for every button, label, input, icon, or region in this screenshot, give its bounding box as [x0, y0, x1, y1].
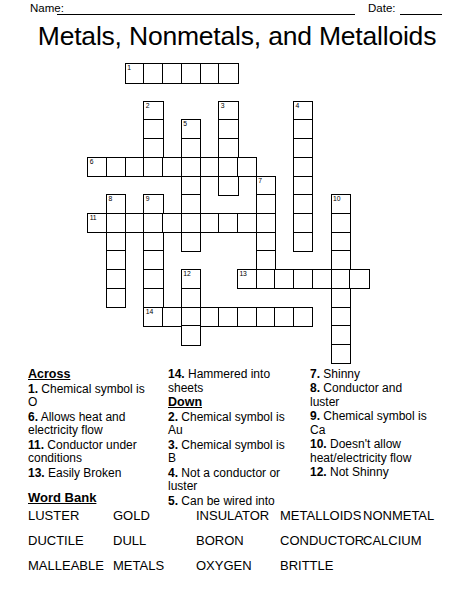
- clue-item: 7. Shinny: [310, 368, 460, 382]
- across-clue-list: 1. Chemical symbol isO6. Allows heat and…: [28, 383, 168, 481]
- clue-item: 14. Hammered intosheets: [168, 368, 310, 395]
- crossword-cell[interactable]: [106, 232, 126, 252]
- word-bank-list: LUSTERGOLDINSULATORMETALLOIDSNONMETALDUC…: [28, 508, 434, 583]
- crossword-cell[interactable]: [125, 213, 145, 233]
- page-title: Metals, Nonmetals, and Metalloids: [0, 21, 474, 52]
- clue-item: 12. Not Shinny: [310, 466, 460, 480]
- down-heading: Down: [168, 396, 310, 410]
- crossword-cell[interactable]: 7: [256, 176, 276, 196]
- crossword-cell[interactable]: [143, 288, 163, 308]
- crossword-cell[interactable]: [200, 157, 220, 177]
- word-bank-word: CALCIUM: [363, 533, 434, 558]
- crossword-cell[interactable]: 5: [181, 119, 201, 139]
- crossword-cell[interactable]: [293, 138, 313, 158]
- clue-number: 2: [146, 102, 150, 110]
- crossword-cell[interactable]: 2: [143, 101, 163, 121]
- crossword-cell[interactable]: [181, 176, 201, 196]
- crossword-cell[interactable]: [181, 63, 201, 83]
- crossword-cell[interactable]: [237, 307, 257, 327]
- crossword-cell[interactable]: [331, 344, 351, 364]
- crossword-cell[interactable]: [106, 250, 126, 270]
- crossword-cell[interactable]: [256, 213, 276, 233]
- crossword-cell[interactable]: [274, 269, 294, 289]
- crossword-cell[interactable]: [331, 307, 351, 327]
- clue-item: 3. Chemical symbol isB: [168, 439, 310, 466]
- crossword-cell[interactable]: [331, 325, 351, 345]
- word-bank-word: BRITTLE: [280, 558, 363, 583]
- clue-number: 14: [146, 308, 153, 316]
- crossword-cell[interactable]: [143, 138, 163, 158]
- crossword-cell[interactable]: [293, 232, 313, 252]
- crossword-cell[interactable]: [237, 157, 257, 177]
- word-bank-word: METALS: [113, 558, 196, 583]
- crossword-cell[interactable]: 13: [237, 269, 257, 289]
- date-blank-line[interactable]: [400, 2, 442, 15]
- crossword-cell[interactable]: [293, 194, 313, 214]
- clue-item: 6. Allows heat andelectricity flow: [28, 411, 168, 438]
- crossword-cell[interactable]: [256, 269, 276, 289]
- crossword-cell[interactable]: 1: [125, 63, 145, 83]
- across-clues-column: Across 1. Chemical symbol isO6. Allows h…: [28, 368, 168, 481]
- crossword-cell[interactable]: 3: [218, 101, 238, 121]
- word-bank-word: INSULATOR: [196, 508, 280, 533]
- worksheet-page: Name: Date: Metals, Nonmetals, and Metal…: [0, 0, 474, 613]
- crossword-cell[interactable]: [331, 250, 351, 270]
- clue-number: 7: [258, 177, 262, 185]
- crossword-cell[interactable]: 14: [143, 307, 163, 327]
- clue-item: 10. Doesn't allowheat/electricity flow: [310, 438, 460, 465]
- crossword-cell[interactable]: [181, 325, 201, 345]
- across-clue-14: 14. Hammered intosheets: [168, 368, 310, 395]
- crossword-cell[interactable]: [162, 157, 182, 177]
- crossword-cell[interactable]: [274, 307, 294, 327]
- crossword-cell[interactable]: 4: [293, 101, 313, 121]
- clue-number: 9: [146, 195, 150, 203]
- clue-number: 11: [90, 214, 97, 222]
- word-bank-word: LUSTER: [28, 508, 113, 533]
- word-bank-word: METALLOIDS: [280, 508, 363, 533]
- crossword-cell[interactable]: [162, 63, 182, 83]
- clue-number: 3: [221, 102, 225, 110]
- down-clue-list-2: 7. Shinny8. Conductor andluster9. Chemic…: [310, 368, 460, 480]
- crossword-cell[interactable]: [256, 194, 276, 214]
- crossword-cell[interactable]: [293, 213, 313, 233]
- crossword-cell[interactable]: [143, 250, 163, 270]
- crossword-cell[interactable]: [143, 232, 163, 252]
- clue-item: 5. Can be wired into: [168, 495, 310, 509]
- crossword-cell[interactable]: [106, 157, 126, 177]
- crossword-cell[interactable]: 10: [331, 194, 351, 214]
- crossword-cell[interactable]: [181, 213, 201, 233]
- crossword-cell[interactable]: 11: [87, 213, 107, 233]
- crossword-cell[interactable]: [106, 269, 126, 289]
- word-bank-word: OXYGEN: [196, 558, 280, 583]
- crossword-cell[interactable]: [218, 213, 238, 233]
- crossword-cell[interactable]: 6: [87, 157, 107, 177]
- crossword-cell[interactable]: [106, 288, 126, 308]
- crossword-cell[interactable]: [256, 307, 276, 327]
- crossword-cell[interactable]: [331, 269, 351, 289]
- crossword-cell[interactable]: [200, 63, 220, 83]
- crossword-cell[interactable]: [143, 157, 163, 177]
- crossword-cell[interactable]: 9: [143, 194, 163, 214]
- clue-number: 10: [333, 195, 340, 203]
- crossword-cell[interactable]: [181, 194, 201, 214]
- crossword-cell[interactable]: [293, 176, 313, 196]
- word-bank-word: NONMETAL: [363, 508, 434, 533]
- clue-number: 5: [183, 120, 187, 128]
- crossword-cell[interactable]: [181, 138, 201, 158]
- crossword-cell[interactable]: [162, 307, 182, 327]
- word-bank-heading: Word Bank: [28, 490, 96, 505]
- word-bank-word: MALLEABLE: [28, 558, 113, 583]
- crossword-cell[interactable]: [293, 119, 313, 139]
- clue-number: 12: [183, 270, 190, 278]
- crossword-cell[interactable]: [331, 232, 351, 252]
- word-bank-word: DUCTILE: [28, 533, 113, 558]
- down-clue-list-1: 2. Chemical symbol isAu3. Chemical symbo…: [168, 411, 310, 509]
- crossword-cell[interactable]: [331, 213, 351, 233]
- word-bank-word: GOLD: [113, 508, 196, 533]
- crossword-grid: 1234567891011121314: [88, 64, 369, 364]
- crossword-cell[interactable]: [218, 119, 238, 139]
- clue-item: 11. Conductor underconditions: [28, 439, 168, 466]
- crossword-cell[interactable]: [331, 288, 351, 308]
- crossword-cell[interactable]: 8: [106, 194, 126, 214]
- crossword-cell[interactable]: [218, 157, 238, 177]
- clue-number: 13: [239, 270, 246, 278]
- crossword-cell[interactable]: [293, 307, 313, 327]
- crossword-cell[interactable]: [143, 269, 163, 289]
- crossword-cell[interactable]: [312, 269, 332, 289]
- clue-number: 1: [127, 64, 131, 72]
- crossword-cell[interactable]: 12: [181, 269, 201, 289]
- clue-item: 9. Chemical symbol isCa: [310, 410, 460, 437]
- word-bank-word: BORON: [196, 533, 280, 558]
- crossword-cell[interactable]: [256, 232, 276, 252]
- down-clues-column: 7. Shinny8. Conductor andluster9. Chemic…: [310, 368, 460, 481]
- crossword-cell[interactable]: [162, 213, 182, 233]
- clue-number: 6: [90, 158, 94, 166]
- middle-clues-column: 14. Hammered intosheets Down 2. Chemical…: [168, 368, 310, 509]
- crossword-cell[interactable]: [218, 63, 238, 83]
- clue-item: 1. Chemical symbol isO: [28, 383, 168, 410]
- crossword-cell[interactable]: [237, 213, 257, 233]
- crossword-cell[interactable]: [218, 138, 238, 158]
- crossword-cell[interactable]: [218, 176, 238, 196]
- crossword-cell[interactable]: [293, 269, 313, 289]
- word-bank-word: DULL: [113, 533, 196, 558]
- crossword-cell[interactable]: [143, 63, 163, 83]
- crossword-cell[interactable]: [256, 250, 276, 270]
- crossword-cell[interactable]: [106, 213, 126, 233]
- crossword-cell[interactable]: [349, 269, 369, 289]
- clue-number: 4: [296, 102, 300, 110]
- crossword-cell[interactable]: [200, 307, 220, 327]
- crossword-cell[interactable]: [181, 288, 201, 308]
- word-bank-word: CONDUCTOR: [280, 533, 363, 558]
- clue-item: 8. Conductor andluster: [310, 382, 460, 409]
- clue-item: 2. Chemical symbol isAu: [168, 411, 310, 438]
- date-label: Date:: [368, 2, 396, 14]
- across-heading: Across: [28, 368, 168, 382]
- crossword-cell[interactable]: [125, 157, 145, 177]
- crossword-cell[interactable]: [200, 213, 220, 233]
- crossword-cell[interactable]: [143, 119, 163, 139]
- crossword-cell[interactable]: [143, 213, 163, 233]
- crossword-cell[interactable]: [181, 157, 201, 177]
- clue-number: 8: [108, 195, 112, 203]
- name-blank-line[interactable]: [57, 2, 355, 15]
- crossword-cell[interactable]: [181, 232, 201, 252]
- clue-item: 4. Not a conductor orluster: [168, 467, 310, 494]
- crossword-cell[interactable]: [218, 307, 238, 327]
- crossword-cell[interactable]: [293, 157, 313, 177]
- crossword-cell[interactable]: [181, 307, 201, 327]
- clue-item: 13. Easily Broken: [28, 467, 168, 481]
